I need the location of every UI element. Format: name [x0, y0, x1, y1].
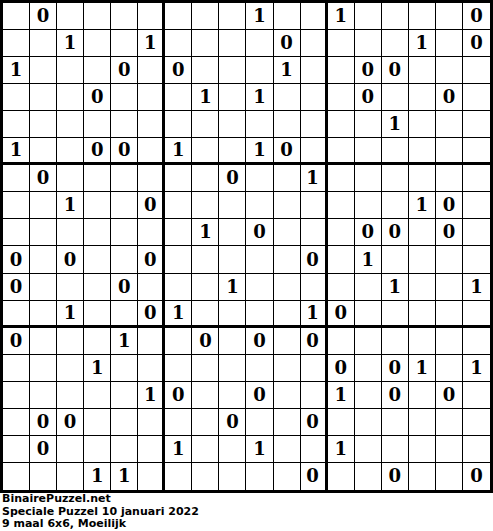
cell-r9c1-empty[interactable] [3, 219, 30, 246]
cell-r16c5-empty[interactable] [111, 409, 138, 436]
cell-r8c17-given-0: 0 [436, 192, 463, 219]
cell-r18c9-empty[interactable] [219, 463, 246, 490]
cell-r13c6-empty[interactable] [138, 328, 165, 355]
cell-r12c3-given-1: 1 [57, 301, 84, 328]
cell-r18c2-empty[interactable] [30, 463, 57, 490]
cell-r5c17-empty[interactable] [436, 111, 463, 138]
cell-r16c13-empty[interactable] [328, 409, 355, 436]
cell-r18c3-empty[interactable] [57, 463, 84, 490]
cell-r7c8-empty[interactable] [192, 165, 219, 192]
cell-r8c11-empty[interactable] [274, 192, 301, 219]
cell-r13c17-empty[interactable] [436, 328, 463, 355]
cell-r8c16-given-1: 1 [409, 192, 436, 219]
cell-r10c18-empty[interactable] [463, 246, 490, 273]
cell-r17c18-empty[interactable] [463, 436, 490, 463]
cell-r3c6-empty[interactable] [138, 57, 165, 84]
cell-r15c13-given-1: 1 [328, 382, 355, 409]
cell-r13c18-empty[interactable] [463, 328, 490, 355]
cell-r17c10-given-1: 1 [246, 436, 273, 463]
cell-r3c3-empty[interactable] [57, 57, 84, 84]
cell-r16c14-empty[interactable] [355, 409, 382, 436]
cell-r14c7-empty[interactable] [165, 355, 192, 382]
cell-r12c13-given-0: 0 [328, 301, 355, 328]
cell-r9c2-empty[interactable] [30, 219, 57, 246]
cell-r11c5-given-0: 0 [111, 274, 138, 301]
cell-r9c7-empty[interactable] [165, 219, 192, 246]
cell-r11c9-given-1: 1 [219, 274, 246, 301]
cell-r15c12-empty[interactable] [301, 382, 328, 409]
cell-r5c13-empty[interactable] [328, 111, 355, 138]
cell-r7c11-empty[interactable] [274, 165, 301, 192]
cell-r16c16-empty[interactable] [409, 409, 436, 436]
cell-r18c13-empty[interactable] [328, 463, 355, 490]
cell-r7c17-empty[interactable] [436, 165, 463, 192]
cell-r9c11-empty[interactable] [274, 219, 301, 246]
cell-r1c10-given-1: 1 [246, 3, 273, 30]
cell-r2c13-empty[interactable] [328, 30, 355, 57]
cell-r16c9-given-0: 0 [219, 409, 246, 436]
cell-r4c11-empty[interactable] [274, 84, 301, 111]
cell-r15c16-empty[interactable] [409, 382, 436, 409]
cell-r14c11-empty[interactable] [274, 355, 301, 382]
cell-r8c12-empty[interactable] [301, 192, 328, 219]
cell-r1c16-empty[interactable] [409, 3, 436, 30]
cell-r17c14-empty[interactable] [355, 436, 382, 463]
cell-r9c14-given-0: 0 [355, 219, 382, 246]
cell-r16c1-empty[interactable] [3, 409, 30, 436]
cell-r17c8-empty[interactable] [192, 436, 219, 463]
cell-r11c18-given-1: 1 [463, 274, 490, 301]
cell-r13c1-given-0: 0 [3, 328, 30, 355]
cell-r12c4-empty[interactable] [84, 301, 111, 328]
cell-r9c16-empty[interactable] [409, 219, 436, 246]
cell-r13c13-empty[interactable] [328, 328, 355, 355]
cell-r13c10-given-0: 0 [246, 328, 273, 355]
cell-r10c15-empty[interactable] [382, 246, 409, 273]
cell-r6c3-empty[interactable] [57, 138, 84, 165]
cell-r6c16-empty[interactable] [409, 138, 436, 165]
cell-r1c14-empty[interactable] [355, 3, 382, 30]
cell-r6c10-given-1: 1 [246, 138, 273, 165]
cell-r13c11-empty[interactable] [274, 328, 301, 355]
cell-r2c14-empty[interactable] [355, 30, 382, 57]
cell-r4c2-empty[interactable] [30, 84, 57, 111]
cell-r18c18-given-0: 0 [463, 463, 490, 490]
cell-r15c6-given-1: 1 [138, 382, 165, 409]
cell-r10c10-empty[interactable] [246, 246, 273, 273]
cell-r12c2-empty[interactable] [30, 301, 57, 328]
cell-r1c8-empty[interactable] [192, 3, 219, 30]
cell-r13c12-given-0: 0 [301, 328, 328, 355]
cell-r7c1-empty[interactable] [3, 165, 30, 192]
cell-r18c6-empty[interactable] [138, 463, 165, 490]
cell-r11c6-empty[interactable] [138, 274, 165, 301]
cell-r4c13-empty[interactable] [328, 84, 355, 111]
cell-r2c12-empty[interactable] [301, 30, 328, 57]
cell-r2c2-empty[interactable] [30, 30, 57, 57]
cell-r3c7-given-0: 0 [165, 57, 192, 84]
cell-r16c11-empty[interactable] [274, 409, 301, 436]
cell-r4c6-empty[interactable] [138, 84, 165, 111]
cell-r9c9-empty[interactable] [219, 219, 246, 246]
cell-r16c12-given-0: 0 [301, 409, 328, 436]
cell-r10c16-empty[interactable] [409, 246, 436, 273]
cell-r3c4-empty[interactable] [84, 57, 111, 84]
cell-r15c10-given-0: 0 [246, 382, 273, 409]
cell-r2c8-empty[interactable] [192, 30, 219, 57]
cell-r5c15-given-1: 1 [382, 111, 409, 138]
cell-r11c15-given-1: 1 [382, 274, 409, 301]
cell-r17c1-empty[interactable] [3, 436, 30, 463]
cell-r11c3-empty[interactable] [57, 274, 84, 301]
cell-r5c5-empty[interactable] [111, 111, 138, 138]
cell-r6c7-given-1: 1 [165, 138, 192, 165]
cell-r4c8-given-1: 1 [192, 84, 219, 111]
cell-r17c6-empty[interactable] [138, 436, 165, 463]
cell-r3c9-empty[interactable] [219, 57, 246, 84]
cell-r18c15-given-0: 0 [382, 463, 409, 490]
cell-r16c18-empty[interactable] [463, 409, 490, 436]
footer: BinairePuzzel.net Speciale Puzzel 10 jan… [0, 493, 493, 531]
cell-r12c14-empty[interactable] [355, 301, 382, 328]
cell-r17c17-empty[interactable] [436, 436, 463, 463]
cell-r9c13-empty[interactable] [328, 219, 355, 246]
cell-r9c15-given-0: 0 [382, 219, 409, 246]
cell-r18c8-empty[interactable] [192, 463, 219, 490]
cell-r7c18-empty[interactable] [463, 165, 490, 192]
cell-r7c2-given-0: 0 [30, 165, 57, 192]
cell-r11c2-empty[interactable] [30, 274, 57, 301]
cell-r12c9-empty[interactable] [219, 301, 246, 328]
cell-r13c15-empty[interactable] [382, 328, 409, 355]
cell-r11c13-empty[interactable] [328, 274, 355, 301]
cell-r7c15-empty[interactable] [382, 165, 409, 192]
cell-r6c2-empty[interactable] [30, 138, 57, 165]
cell-r12c8-empty[interactable] [192, 301, 219, 328]
cell-r11c4-empty[interactable] [84, 274, 111, 301]
cell-r1c11-empty[interactable] [274, 3, 301, 30]
cell-r9c10-given-0: 0 [246, 219, 273, 246]
cell-r15c5-empty[interactable] [111, 382, 138, 409]
cell-r16c17-empty[interactable] [436, 409, 463, 436]
cell-r3c17-empty[interactable] [436, 57, 463, 84]
cell-r10c17-empty[interactable] [436, 246, 463, 273]
cell-r3c2-empty[interactable] [30, 57, 57, 84]
cell-r1c17-empty[interactable] [436, 3, 463, 30]
cell-r9c8-given-1: 1 [192, 219, 219, 246]
cell-r6c14-empty[interactable] [355, 138, 382, 165]
cell-r3c11-given-1: 1 [274, 57, 301, 84]
cell-r15c2-empty[interactable] [30, 382, 57, 409]
cell-r16c6-empty[interactable] [138, 409, 165, 436]
cell-r8c4-empty[interactable] [84, 192, 111, 219]
cell-r18c7-empty[interactable] [165, 463, 192, 490]
cell-r2c17-empty[interactable] [436, 30, 463, 57]
cell-r7c7-empty[interactable] [165, 165, 192, 192]
cell-r17c15-empty[interactable] [382, 436, 409, 463]
cell-r11c1-given-0: 0 [3, 274, 30, 301]
cell-r12c7-given-1: 1 [165, 301, 192, 328]
cell-r12c1-empty[interactable] [3, 301, 30, 328]
cell-r16c10-empty[interactable] [246, 409, 273, 436]
cell-r5c8-empty[interactable] [192, 111, 219, 138]
cell-r14c2-empty[interactable] [30, 355, 57, 382]
cell-r5c10-empty[interactable] [246, 111, 273, 138]
cell-r12c10-empty[interactable] [246, 301, 273, 328]
cell-r11c7-empty[interactable] [165, 274, 192, 301]
cell-r9c18-empty[interactable] [463, 219, 490, 246]
cell-r15c9-empty[interactable] [219, 382, 246, 409]
cell-r6c12-empty[interactable] [301, 138, 328, 165]
cell-r18c5-given-1: 1 [111, 463, 138, 490]
cell-r3c15-given-0: 0 [382, 57, 409, 84]
cell-r15c18-empty[interactable] [463, 382, 490, 409]
cell-r5c16-empty[interactable] [409, 111, 436, 138]
cell-r3c13-empty[interactable] [328, 57, 355, 84]
cell-r4c15-empty[interactable] [382, 84, 409, 111]
cell-r16c7-empty[interactable] [165, 409, 192, 436]
cell-r18c4-given-1: 1 [84, 463, 111, 490]
cell-r14c15-given-0: 0 [382, 355, 409, 382]
cell-r13c4-empty[interactable] [84, 328, 111, 355]
cell-r4c16-empty[interactable] [409, 84, 436, 111]
cell-r3c10-empty[interactable] [246, 57, 273, 84]
cell-r2c1-empty[interactable] [3, 30, 30, 57]
cell-r17c11-empty[interactable] [274, 436, 301, 463]
cell-r17c7-given-1: 1 [165, 436, 192, 463]
cell-r18c1-empty[interactable] [3, 463, 30, 490]
cell-r1c6-empty[interactable] [138, 3, 165, 30]
cell-r10c6-given-0: 0 [138, 246, 165, 273]
cell-r8c14-empty[interactable] [355, 192, 382, 219]
cell-r11c11-empty[interactable] [274, 274, 301, 301]
cell-r18c10-empty[interactable] [246, 463, 273, 490]
cell-r15c15-given-0: 0 [382, 382, 409, 409]
cell-r17c3-empty[interactable] [57, 436, 84, 463]
cell-r14c1-empty[interactable] [3, 355, 30, 382]
cell-r3c18-empty[interactable] [463, 57, 490, 84]
cell-r6c6-empty[interactable] [138, 138, 165, 165]
cell-r5c3-empty[interactable] [57, 111, 84, 138]
cell-r2c15-empty[interactable] [382, 30, 409, 57]
cell-r15c3-empty[interactable] [57, 382, 84, 409]
cell-r6c13-empty[interactable] [328, 138, 355, 165]
cell-r5c18-empty[interactable] [463, 111, 490, 138]
puzzle-info: 9 maal 6x6, Moeilijk [2, 518, 493, 531]
cell-r6c9-empty[interactable] [219, 138, 246, 165]
cell-r8c6-given-0: 0 [138, 192, 165, 219]
cell-r8c2-empty[interactable] [30, 192, 57, 219]
cell-r2c16-given-1: 1 [409, 30, 436, 57]
cell-r12c18-empty[interactable] [463, 301, 490, 328]
cell-r10c9-empty[interactable] [219, 246, 246, 273]
cell-r16c15-empty[interactable] [382, 409, 409, 436]
cell-r7c4-empty[interactable] [84, 165, 111, 192]
cell-r9c3-empty[interactable] [57, 219, 84, 246]
cell-r8c18-empty[interactable] [463, 192, 490, 219]
cell-r11c14-empty[interactable] [355, 274, 382, 301]
cell-r14c13-given-0: 0 [328, 355, 355, 382]
cell-r1c3-empty[interactable] [57, 3, 84, 30]
cell-r12c11-empty[interactable] [274, 301, 301, 328]
cell-r12c17-empty[interactable] [436, 301, 463, 328]
cell-r5c9-empty[interactable] [219, 111, 246, 138]
cell-r15c8-empty[interactable] [192, 382, 219, 409]
cell-r3c5-given-0: 0 [111, 57, 138, 84]
cell-r8c7-empty[interactable] [165, 192, 192, 219]
cell-r17c12-empty[interactable] [301, 436, 328, 463]
cell-r4c12-empty[interactable] [301, 84, 328, 111]
cell-r13c7-empty[interactable] [165, 328, 192, 355]
cell-r12c15-empty[interactable] [382, 301, 409, 328]
cell-r7c14-empty[interactable] [355, 165, 382, 192]
cell-r1c9-empty[interactable] [219, 3, 246, 30]
cell-r14c8-empty[interactable] [192, 355, 219, 382]
cell-r9c17-given-0: 0 [436, 219, 463, 246]
cell-r9c6-empty[interactable] [138, 219, 165, 246]
cell-r10c8-empty[interactable] [192, 246, 219, 273]
cell-r2c9-empty[interactable] [219, 30, 246, 57]
cell-r9c5-empty[interactable] [111, 219, 138, 246]
cell-r13c3-empty[interactable] [57, 328, 84, 355]
cell-r4c9-empty[interactable] [219, 84, 246, 111]
cell-r2c5-empty[interactable] [111, 30, 138, 57]
cell-r5c7-empty[interactable] [165, 111, 192, 138]
cell-r7c5-empty[interactable] [111, 165, 138, 192]
cell-r9c12-empty[interactable] [301, 219, 328, 246]
cell-r6c8-empty[interactable] [192, 138, 219, 165]
cell-r6c17-empty[interactable] [436, 138, 463, 165]
cell-r4c14-given-0: 0 [355, 84, 382, 111]
cell-r15c4-empty[interactable] [84, 382, 111, 409]
cell-r7c13-empty[interactable] [328, 165, 355, 192]
cell-r13c2-empty[interactable] [30, 328, 57, 355]
cell-r8c9-empty[interactable] [219, 192, 246, 219]
cell-r12c5-empty[interactable] [111, 301, 138, 328]
cell-r2c4-empty[interactable] [84, 30, 111, 57]
cell-r7c10-empty[interactable] [246, 165, 273, 192]
cell-r1c2-given-0: 0 [30, 3, 57, 30]
cell-r1c12-empty[interactable] [301, 3, 328, 30]
cell-r7c3-empty[interactable] [57, 165, 84, 192]
cell-r15c11-empty[interactable] [274, 382, 301, 409]
cell-r8c10-empty[interactable] [246, 192, 273, 219]
cell-r14c6-empty[interactable] [138, 355, 165, 382]
cell-r10c1-given-0: 0 [3, 246, 30, 273]
cell-r11c10-empty[interactable] [246, 274, 273, 301]
cell-r1c13-given-1: 1 [328, 3, 355, 30]
cell-r11c17-empty[interactable] [436, 274, 463, 301]
cell-r5c2-empty[interactable] [30, 111, 57, 138]
cell-r15c1-empty[interactable] [3, 382, 30, 409]
cell-r5c6-empty[interactable] [138, 111, 165, 138]
cell-r18c16-empty[interactable] [409, 463, 436, 490]
cell-r7c6-empty[interactable] [138, 165, 165, 192]
cell-r17c5-empty[interactable] [111, 436, 138, 463]
cell-r2c6-given-1: 1 [138, 30, 165, 57]
cell-r8c8-empty[interactable] [192, 192, 219, 219]
cell-r13c8-given-0: 0 [192, 328, 219, 355]
cell-r8c1-empty[interactable] [3, 192, 30, 219]
cell-r12c16-empty[interactable] [409, 301, 436, 328]
cell-r3c12-empty[interactable] [301, 57, 328, 84]
cell-r1c5-empty[interactable] [111, 3, 138, 30]
cell-r12c12-given-1: 1 [301, 301, 328, 328]
cell-r18c14-empty[interactable] [355, 463, 382, 490]
cell-r10c4-empty[interactable] [84, 246, 111, 273]
cell-r5c11-empty[interactable] [274, 111, 301, 138]
cell-r3c8-empty[interactable] [192, 57, 219, 84]
cell-r14c14-empty[interactable] [355, 355, 382, 382]
cell-r10c7-empty[interactable] [165, 246, 192, 273]
cell-r5c12-empty[interactable] [301, 111, 328, 138]
cell-r10c13-empty[interactable] [328, 246, 355, 273]
cell-r18c11-empty[interactable] [274, 463, 301, 490]
cell-r17c9-empty[interactable] [219, 436, 246, 463]
cell-r1c15-empty[interactable] [382, 3, 409, 30]
cell-r3c16-empty[interactable] [409, 57, 436, 84]
cell-r5c14-empty[interactable] [355, 111, 382, 138]
cell-r13c9-empty[interactable] [219, 328, 246, 355]
cell-r3c1-given-1: 1 [3, 57, 30, 84]
cell-r17c4-empty[interactable] [84, 436, 111, 463]
cell-r8c13-empty[interactable] [328, 192, 355, 219]
cell-r14c9-empty[interactable] [219, 355, 246, 382]
cell-r11c16-empty[interactable] [409, 274, 436, 301]
cell-r16c4-empty[interactable] [84, 409, 111, 436]
cell-r16c2-given-0: 0 [30, 409, 57, 436]
cell-r4c1-empty[interactable] [3, 84, 30, 111]
cell-r9c4-empty[interactable] [84, 219, 111, 246]
cell-r17c16-empty[interactable] [409, 436, 436, 463]
cell-r10c5-empty[interactable] [111, 246, 138, 273]
cell-r1c4-empty[interactable] [84, 3, 111, 30]
cell-r4c18-empty[interactable] [463, 84, 490, 111]
cell-r8c5-empty[interactable] [111, 192, 138, 219]
cell-r7c16-empty[interactable] [409, 165, 436, 192]
cell-r4c5-empty[interactable] [111, 84, 138, 111]
cell-r5c4-empty[interactable] [84, 111, 111, 138]
cell-r6c18-empty[interactable] [463, 138, 490, 165]
cell-r2c10-empty[interactable] [246, 30, 273, 57]
cell-r14c5-empty[interactable] [111, 355, 138, 382]
cell-r8c15-empty[interactable] [382, 192, 409, 219]
cell-r14c10-empty[interactable] [246, 355, 273, 382]
cell-r10c14-given-1: 1 [355, 246, 382, 273]
cell-r1c1-empty[interactable] [3, 3, 30, 30]
cell-r14c3-empty[interactable] [57, 355, 84, 382]
cell-r18c17-empty[interactable] [436, 463, 463, 490]
cell-r1c7-empty[interactable] [165, 3, 192, 30]
cell-r2c7-empty[interactable] [165, 30, 192, 57]
cell-r16c8-empty[interactable] [192, 409, 219, 436]
cell-r5c1-empty[interactable] [3, 111, 30, 138]
cell-r10c2-empty[interactable] [30, 246, 57, 273]
cell-r4c7-empty[interactable] [165, 84, 192, 111]
cell-r14c17-empty[interactable] [436, 355, 463, 382]
cell-r13c16-empty[interactable] [409, 328, 436, 355]
cell-r15c14-empty[interactable] [355, 382, 382, 409]
cell-r11c12-empty[interactable] [301, 274, 328, 301]
cell-r4c3-empty[interactable] [57, 84, 84, 111]
cell-r6c15-empty[interactable] [382, 138, 409, 165]
cell-r14c12-empty[interactable] [301, 355, 328, 382]
cell-r13c14-empty[interactable] [355, 328, 382, 355]
cell-r13c5-given-1: 1 [111, 328, 138, 355]
cell-r10c11-empty[interactable] [274, 246, 301, 273]
cell-r3c14-given-0: 0 [355, 57, 382, 84]
cell-r11c8-empty[interactable] [192, 274, 219, 301]
